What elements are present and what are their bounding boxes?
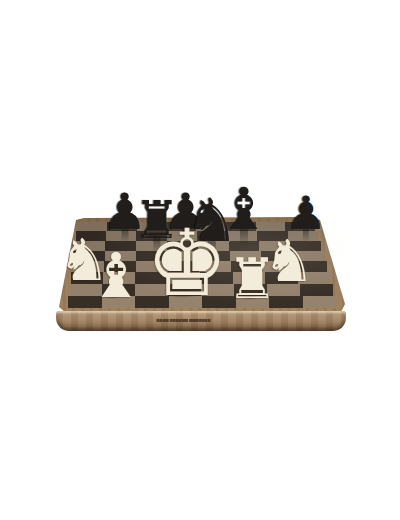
square-h1[interactable]: [303, 296, 337, 309]
chessboard-product-photo: ▪▪▪▪ ▪▪▪▪▪▪ ▪▪▪▪▪▪▪ ♟♜♟♞♝♟♞♝♚♜♞: [0, 0, 400, 520]
piece-white-rook-f2[interactable]: ♜: [227, 251, 277, 307]
piece-white-king-d2[interactable]: ♚: [146, 218, 228, 310]
board-edge-engraving: ▪▪▪▪ ▪▪▪▪▪▪ ▪▪▪▪▪▪▪: [156, 317, 210, 323]
piece-white-bishop-b2[interactable]: ♝: [88, 245, 144, 307]
